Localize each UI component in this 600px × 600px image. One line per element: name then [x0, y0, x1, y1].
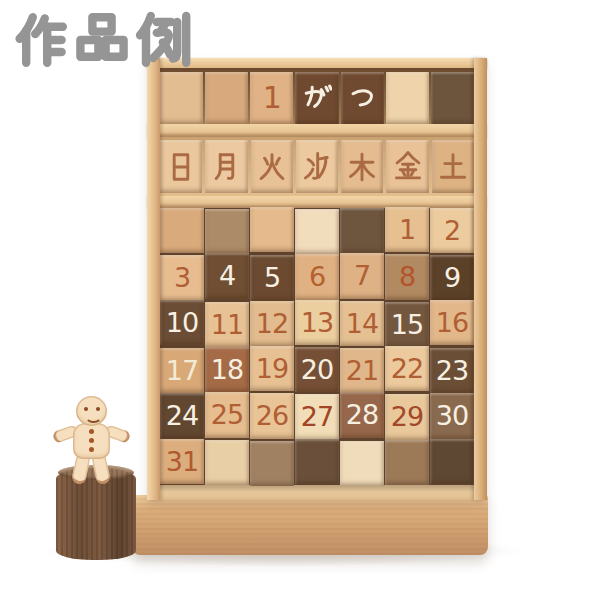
date-block-4: 4: [205, 253, 249, 298]
date-block-29: 29: [385, 394, 429, 439]
block-label: 23: [436, 357, 468, 384]
date-block-5: 5: [250, 255, 294, 300]
date-block-3: 3: [160, 255, 204, 300]
block-label: 31: [166, 448, 198, 475]
block-label: 10: [166, 309, 198, 336]
month-block-blank: [386, 72, 429, 124]
date-block-6: 6: [295, 254, 339, 299]
block-label: 12: [256, 310, 288, 337]
block-label: 2: [444, 217, 460, 244]
block-label: 6: [309, 263, 325, 290]
ginger-button: [89, 447, 94, 452]
kanji-glyph-木: [345, 150, 379, 184]
weekday-block-火: [251, 140, 293, 193]
date-block-25: 25: [205, 392, 249, 437]
block-label: 27: [301, 403, 333, 430]
month-row: 1: [147, 68, 487, 124]
date-block-14: 14: [340, 301, 384, 346]
wooden-base: [132, 495, 488, 555]
date-block-11: 11: [205, 302, 249, 347]
kanji-glyph-品: [72, 10, 132, 70]
date-grid: 1234567891011121314151617181920212223242…: [147, 208, 487, 485]
date-block-blank: [295, 439, 339, 484]
block-label: 17: [166, 357, 198, 384]
month-block-blank: [160, 72, 203, 124]
block-label: 19: [256, 355, 288, 382]
block-label: 22: [391, 355, 423, 382]
date-block-18: 18: [205, 347, 249, 392]
block-label: 7: [354, 262, 370, 289]
kanji-glyph-月: [209, 150, 243, 184]
ginger-smile: [85, 410, 102, 423]
date-block-19: 19: [250, 346, 294, 391]
date-block-blank: [250, 207, 294, 252]
block-label: 28: [346, 401, 378, 428]
kanji-glyph-が: [302, 83, 332, 113]
date-block-21: 21: [340, 348, 384, 393]
kanji-glyph-水: [300, 150, 334, 184]
calendar-frame: 1 12345678910111213141516171819202122232…: [147, 58, 487, 500]
block-label: 11: [211, 311, 243, 338]
shelf-rail: [147, 196, 487, 208]
block-label: 25: [211, 401, 243, 428]
frame-bottom-lip: [147, 485, 487, 500]
month-block-つ: [341, 72, 384, 124]
date-block-12: 12: [250, 301, 294, 346]
date-block-blank: [250, 441, 294, 486]
date-block-13: 13: [295, 300, 339, 345]
block-label: 26: [256, 402, 288, 429]
block-label: 1: [399, 216, 415, 243]
date-block-27: 27: [295, 394, 339, 439]
date-block-23: 23: [430, 348, 474, 393]
date-block-blank: [205, 440, 249, 485]
kanji-glyph-土: [436, 150, 470, 184]
kanji-glyph-例: [134, 10, 194, 70]
gingerbread-figure: [55, 396, 127, 490]
frame-top-rail: [147, 58, 487, 68]
date-block-20: 20: [295, 347, 339, 392]
weekday-block-金: [386, 140, 428, 193]
weekday-row: [147, 137, 487, 196]
kanji-glyph-日: [164, 150, 198, 184]
date-block-blank: [385, 440, 429, 485]
month-block-blank: [205, 72, 248, 124]
weekday-block-日: [160, 140, 202, 193]
block-label: 16: [436, 309, 468, 336]
product-photo: 1 12345678910111213141516171819202122232…: [0, 0, 600, 600]
block-label: 1: [263, 83, 281, 113]
date-block-blank: [340, 441, 384, 486]
date-block-9: 9: [430, 255, 474, 300]
block-label: 20: [301, 356, 333, 383]
month-block-が: [295, 72, 338, 124]
weekday-block-水: [296, 140, 338, 193]
month-block-blank: [431, 72, 474, 124]
ginger-button: [89, 438, 94, 443]
block-label: 5: [264, 264, 280, 291]
block-label: 15: [391, 311, 423, 338]
date-block-7: 7: [340, 253, 384, 298]
kanji-glyph-金: [391, 150, 425, 184]
block-label: 24: [166, 402, 198, 429]
date-block-blank: [205, 209, 249, 254]
date-block-8: 8: [385, 254, 429, 299]
date-block-blank: [430, 439, 474, 484]
kanji-glyph-つ: [347, 83, 377, 113]
date-block-blank: [295, 209, 339, 254]
date-block-31: 31: [160, 439, 204, 484]
weekday-block-月: [205, 140, 247, 193]
weekday-block-土: [432, 140, 474, 193]
date-block-1: 1: [385, 207, 429, 252]
block-label: 3: [174, 264, 190, 291]
shelf-rail: [147, 124, 487, 137]
block-label: 29: [391, 403, 423, 430]
date-block-10: 10: [160, 300, 204, 345]
date-block-15: 15: [385, 302, 429, 347]
date-block-22: 22: [385, 346, 429, 391]
date-block-16: 16: [430, 300, 474, 345]
weekday-block-木: [341, 140, 383, 193]
date-block-blank: [340, 208, 384, 253]
block-label: 13: [301, 309, 333, 336]
block-label: 4: [219, 262, 235, 289]
page-title: [10, 10, 194, 70]
block-label: 8: [399, 263, 415, 290]
date-block-24: 24: [160, 393, 204, 438]
block-label: 18: [211, 356, 243, 383]
ginger-button: [89, 429, 94, 434]
date-block-2: 2: [430, 208, 474, 253]
block-label: 14: [346, 310, 378, 337]
block-label: 30: [436, 402, 468, 429]
block-label: 9: [444, 264, 460, 291]
date-block-17: 17: [160, 348, 204, 393]
kanji-glyph-作: [10, 10, 70, 70]
kanji-glyph-火: [255, 150, 289, 184]
date-block-28: 28: [340, 392, 384, 437]
block-label: 21: [346, 357, 378, 384]
date-block-blank: [160, 208, 204, 253]
date-block-30: 30: [430, 393, 474, 438]
month-block-1: 1: [250, 72, 293, 124]
date-block-26: 26: [250, 393, 294, 438]
